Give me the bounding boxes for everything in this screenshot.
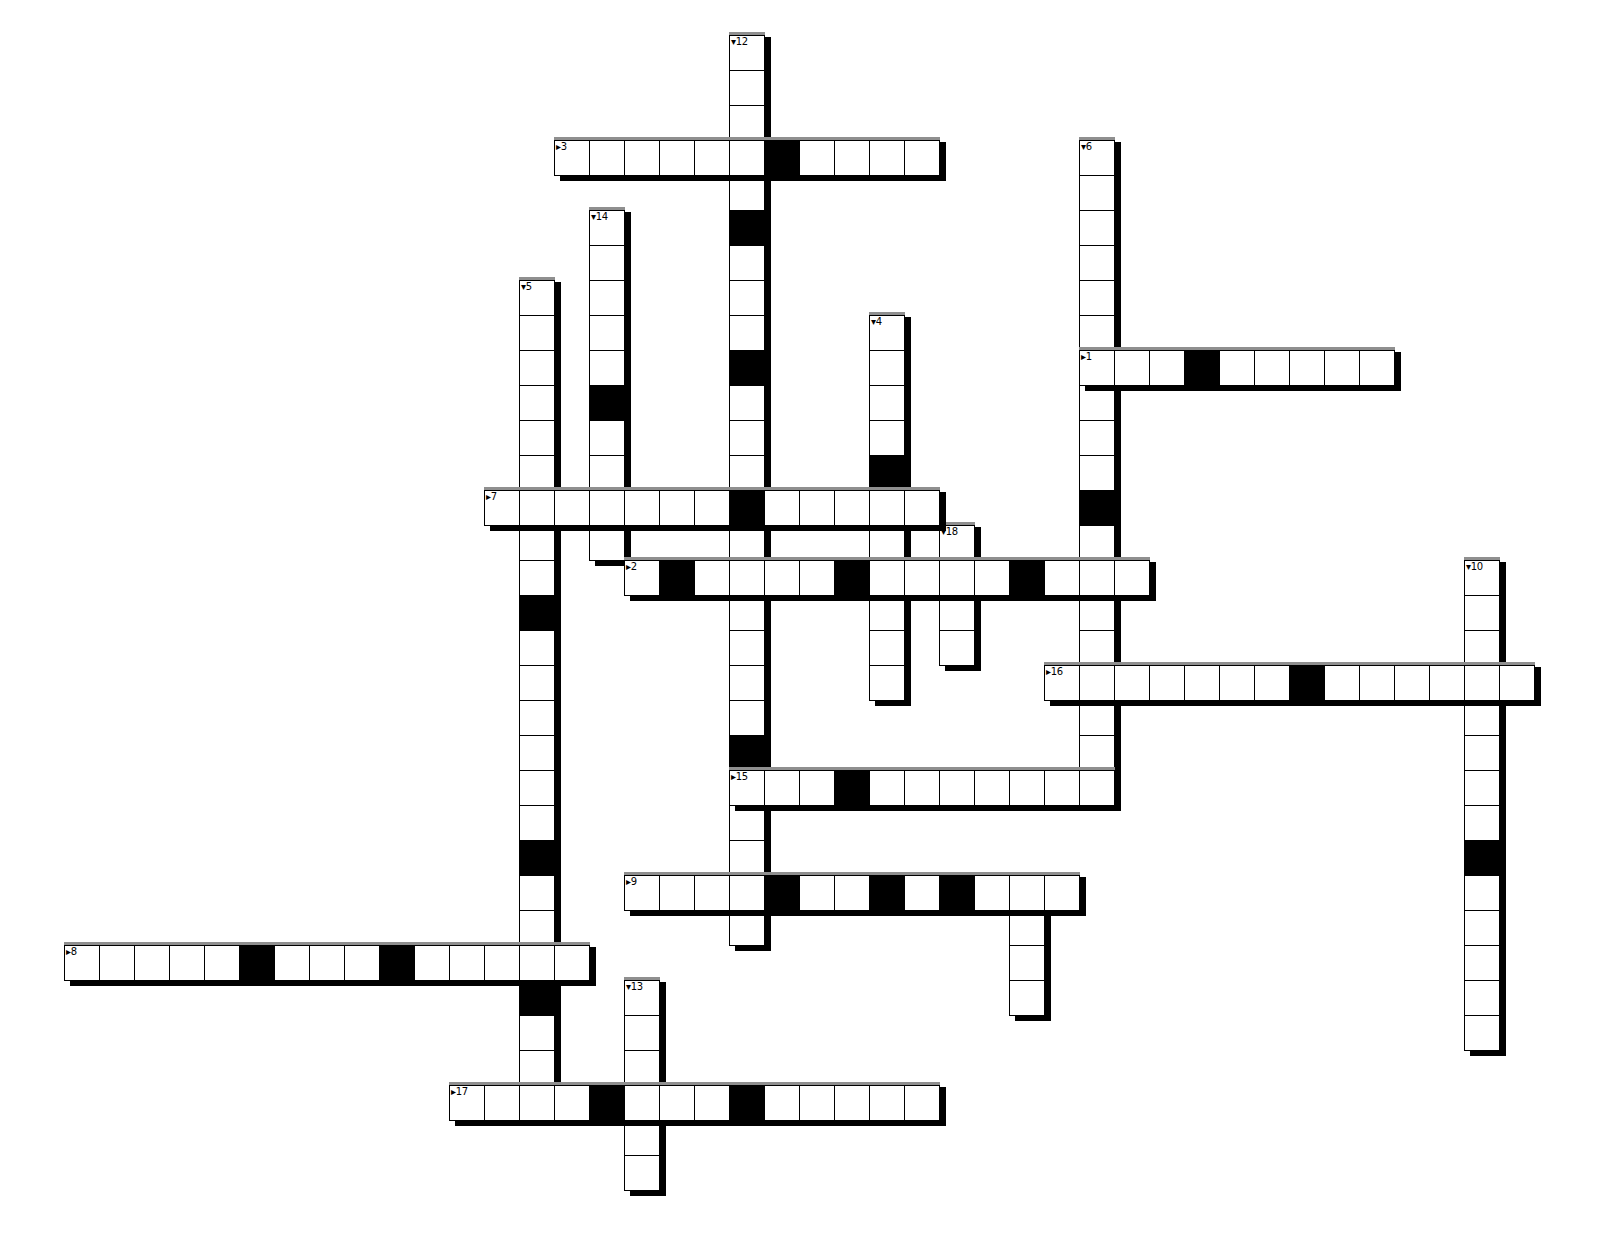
letter-cell[interactable]	[905, 771, 939, 805]
blocked-cell	[1080, 491, 1114, 525]
blocked-cell	[1185, 351, 1219, 385]
letter-cell[interactable]	[275, 946, 309, 980]
letter-cell[interactable]	[590, 456, 624, 490]
letter-cell[interactable]	[730, 701, 764, 735]
letter-cell[interactable]	[870, 141, 904, 175]
letter-cell[interactable]	[695, 876, 729, 910]
clue-number: ▸16	[1046, 666, 1063, 678]
letter-cell[interactable]	[625, 1016, 659, 1050]
letter-cell[interactable]	[1080, 736, 1114, 770]
letter-cell[interactable]	[870, 1086, 904, 1120]
letter-cell[interactable]: ▾18	[940, 526, 974, 560]
letter-cell[interactable]	[590, 526, 624, 560]
letter-cell[interactable]	[730, 316, 764, 350]
clue-number: ▾18	[941, 526, 958, 538]
letter-cell[interactable]	[1360, 666, 1394, 700]
letter-cell[interactable]	[1325, 666, 1359, 700]
letter-cell[interactable]	[1045, 771, 1079, 805]
letter-cell[interactable]	[1080, 386, 1114, 420]
letter-cell[interactable]	[1255, 666, 1289, 700]
letter-cell[interactable]	[1045, 561, 1079, 595]
letter-cell[interactable]	[1465, 631, 1499, 665]
letter-cell[interactable]	[590, 421, 624, 455]
letter-cell[interactable]	[765, 561, 799, 595]
letter-cell[interactable]	[905, 141, 939, 175]
letter-cell[interactable]	[485, 946, 519, 980]
letter-cell[interactable]	[730, 176, 764, 210]
letter-cell[interactable]	[1045, 876, 1079, 910]
letter-cell[interactable]	[1080, 561, 1114, 595]
letter-cell[interactable]	[800, 876, 834, 910]
clue-number: ▸8	[66, 946, 77, 958]
blocked-cell	[940, 876, 974, 910]
letter-cell[interactable]	[1290, 351, 1324, 385]
letter-cell[interactable]	[1465, 911, 1499, 945]
letter-cell[interactable]	[660, 491, 694, 525]
letter-cell[interactable]	[590, 246, 624, 280]
letter-cell[interactable]	[660, 1086, 694, 1120]
letter-cell[interactable]	[1465, 771, 1499, 805]
blocked-cell	[380, 946, 414, 980]
blocked-cell	[1465, 841, 1499, 875]
letter-cell[interactable]	[520, 351, 554, 385]
letter-cell[interactable]	[1080, 456, 1114, 490]
letter-cell[interactable]	[730, 526, 764, 560]
letter-cell[interactable]	[1500, 666, 1534, 700]
clue-number: ▸15	[731, 771, 748, 783]
blocked-cell	[520, 841, 554, 875]
letter-cell[interactable]	[520, 771, 554, 805]
clue-number: ▾6	[1081, 141, 1092, 153]
letter-cell[interactable]	[590, 141, 624, 175]
letter-cell[interactable]	[835, 141, 869, 175]
letter-cell[interactable]	[800, 491, 834, 525]
letter-cell[interactable]	[940, 561, 974, 595]
letter-cell[interactable]	[730, 666, 764, 700]
letter-cell[interactable]: ▾10	[1465, 561, 1499, 595]
letter-cell[interactable]	[520, 1016, 554, 1050]
letter-cell[interactable]: ▸1	[1080, 351, 1114, 385]
letter-cell[interactable]	[590, 491, 624, 525]
letter-cell[interactable]	[1080, 771, 1114, 805]
letter-cell[interactable]	[1080, 176, 1114, 210]
letter-cell[interactable]	[1325, 351, 1359, 385]
blocked-cell	[730, 1086, 764, 1120]
letter-cell[interactable]	[555, 946, 589, 980]
letter-cell[interactable]	[520, 456, 554, 490]
blocked-cell	[835, 561, 869, 595]
letter-cell[interactable]: ▸7	[485, 491, 519, 525]
letter-cell[interactable]	[1465, 1016, 1499, 1050]
letter-cell[interactable]	[730, 386, 764, 420]
letter-cell[interactable]	[520, 701, 554, 735]
letter-cell[interactable]	[1185, 666, 1219, 700]
letter-cell[interactable]	[1080, 316, 1114, 350]
letter-cell[interactable]	[520, 1051, 554, 1085]
letter-cell[interactable]	[345, 946, 379, 980]
entry-7-across: ▸7	[484, 487, 940, 526]
letter-cell[interactable]	[520, 421, 554, 455]
letter-cell[interactable]	[520, 736, 554, 770]
letter-cell[interactable]	[870, 526, 904, 560]
letter-cell[interactable]	[870, 491, 904, 525]
blocked-cell	[590, 1086, 624, 1120]
entry-16-across: ▸16	[1044, 662, 1535, 701]
letter-cell[interactable]: ▾6	[1080, 141, 1114, 175]
letter-cell[interactable]	[1465, 736, 1499, 770]
letter-cell[interactable]	[1360, 351, 1394, 385]
letter-cell[interactable]	[625, 491, 659, 525]
letter-cell[interactable]	[590, 351, 624, 385]
blocked-cell	[660, 561, 694, 595]
entry-5-down: ▾5	[519, 277, 555, 1121]
letter-cell[interactable]: ▾14	[590, 211, 624, 245]
letter-cell[interactable]: ▸17	[450, 1086, 484, 1120]
letter-cell[interactable]	[625, 1051, 659, 1085]
blocked-cell	[1010, 561, 1044, 595]
entry-17-across: ▸17	[449, 1082, 940, 1121]
blocked-cell	[730, 736, 764, 770]
letter-cell[interactable]	[1080, 246, 1114, 280]
letter-cell[interactable]	[765, 771, 799, 805]
letter-cell[interactable]	[1115, 561, 1149, 595]
letter-cell[interactable]	[1465, 806, 1499, 840]
letter-cell[interactable]	[835, 876, 869, 910]
letter-cell[interactable]	[520, 666, 554, 700]
entry-9-across: ▸9	[624, 872, 1080, 911]
clue-number: ▸3	[556, 141, 567, 153]
letter-cell[interactable]	[485, 1086, 519, 1120]
letter-cell[interactable]: ▸8	[65, 946, 99, 980]
clue-number: ▾14	[591, 211, 608, 223]
letter-cell[interactable]	[1220, 666, 1254, 700]
letter-cell[interactable]	[660, 141, 694, 175]
letter-cell[interactable]	[800, 1086, 834, 1120]
letter-cell[interactable]	[800, 771, 834, 805]
letter-cell[interactable]	[1080, 666, 1114, 700]
letter-cell[interactable]	[520, 386, 554, 420]
letter-cell[interactable]	[1080, 631, 1114, 665]
letter-cell[interactable]	[1150, 666, 1184, 700]
letter-cell[interactable]	[520, 911, 554, 945]
blocked-cell	[870, 876, 904, 910]
letter-cell[interactable]	[870, 666, 904, 700]
letter-cell[interactable]: ▸9	[625, 876, 659, 910]
letter-cell[interactable]	[765, 1086, 799, 1120]
letter-cell[interactable]	[520, 316, 554, 350]
entry-8-across: ▸8	[64, 942, 590, 981]
letter-cell[interactable]	[310, 946, 344, 980]
letter-cell[interactable]	[520, 946, 554, 980]
letter-cell[interactable]	[1465, 666, 1499, 700]
blocked-cell	[730, 351, 764, 385]
blocked-cell	[520, 596, 554, 630]
letter-cell[interactable]	[975, 561, 1009, 595]
letter-cell[interactable]	[1080, 281, 1114, 315]
clue-number: ▾13	[626, 981, 643, 993]
letter-cell[interactable]	[695, 491, 729, 525]
entry-10-down: ▾10	[1464, 557, 1500, 1051]
clue-number: ▾5	[521, 281, 532, 293]
letter-cell[interactable]: ▸3	[555, 141, 589, 175]
letter-cell[interactable]	[520, 1086, 554, 1120]
letter-cell[interactable]	[730, 631, 764, 665]
clue-number: ▸9	[626, 876, 637, 888]
letter-cell[interactable]	[1255, 351, 1289, 385]
blocked-cell	[765, 876, 799, 910]
crossword-board: ▾12▾6▾14▾5▾4▾18▾10▾11▾13▸3▸1▸7▸2▸16▸15▸9…	[0, 0, 1600, 1233]
letter-cell[interactable]: ▸15	[730, 771, 764, 805]
letter-cell[interactable]: ▾13	[625, 981, 659, 1015]
letter-cell[interactable]	[1220, 351, 1254, 385]
letter-cell[interactable]	[730, 106, 764, 140]
letter-cell[interactable]	[1010, 771, 1044, 805]
blocked-cell	[730, 491, 764, 525]
clue-number: ▾10	[1466, 561, 1483, 573]
letter-cell[interactable]	[800, 141, 834, 175]
letter-cell[interactable]	[1430, 666, 1464, 700]
entry-2-across: ▸2	[624, 557, 1150, 596]
clue-number: ▾4	[871, 316, 882, 328]
letter-cell[interactable]	[975, 771, 1009, 805]
blocked-cell	[1290, 666, 1324, 700]
entry-1-across: ▸1	[1079, 347, 1395, 386]
letter-cell[interactable]	[1465, 981, 1499, 1015]
letter-cell[interactable]	[835, 1086, 869, 1120]
letter-cell[interactable]	[555, 1086, 589, 1120]
letter-cell[interactable]	[905, 561, 939, 595]
letter-cell[interactable]	[730, 246, 764, 280]
letter-cell[interactable]	[870, 386, 904, 420]
letter-cell[interactable]	[415, 946, 449, 980]
letter-cell[interactable]	[1465, 946, 1499, 980]
clue-number: ▸1	[1081, 351, 1092, 363]
letter-cell[interactable]	[100, 946, 134, 980]
letter-cell[interactable]	[1010, 946, 1044, 980]
letter-cell[interactable]	[695, 141, 729, 175]
letter-cell[interactable]	[730, 876, 764, 910]
blocked-cell	[870, 456, 904, 490]
letter-cell[interactable]	[905, 491, 939, 525]
letter-cell[interactable]	[870, 771, 904, 805]
letter-cell[interactable]	[730, 421, 764, 455]
letter-cell[interactable]	[1080, 211, 1114, 245]
letter-cell[interactable]	[555, 491, 589, 525]
letter-cell[interactable]	[870, 561, 904, 595]
letter-cell[interactable]	[1080, 701, 1114, 735]
letter-cell[interactable]	[870, 351, 904, 385]
letter-cell[interactable]	[520, 491, 554, 525]
blocked-cell	[730, 211, 764, 245]
letter-cell[interactable]	[1115, 666, 1149, 700]
letter-cell[interactable]	[765, 491, 799, 525]
letter-cell[interactable]	[695, 561, 729, 595]
letter-cell[interactable]	[1080, 596, 1114, 630]
blocked-cell	[765, 141, 799, 175]
letter-cell[interactable]	[1115, 351, 1149, 385]
clue-number: ▸2	[626, 561, 637, 573]
letter-cell[interactable]	[170, 946, 204, 980]
clue-number: ▾12	[731, 36, 748, 48]
letter-cell[interactable]	[730, 806, 764, 840]
letter-cell[interactable]: ▸16	[1045, 666, 1079, 700]
blocked-cell	[520, 981, 554, 1015]
letter-cell[interactable]	[730, 456, 764, 490]
letter-cell[interactable]	[590, 281, 624, 315]
letter-cell[interactable]	[135, 946, 169, 980]
letter-cell[interactable]	[730, 281, 764, 315]
letter-cell[interactable]	[870, 596, 904, 630]
letter-cell[interactable]	[940, 596, 974, 630]
letter-cell[interactable]: ▾5	[520, 281, 554, 315]
letter-cell[interactable]: ▾4	[870, 316, 904, 350]
blocked-cell	[240, 946, 274, 980]
letter-cell[interactable]	[730, 71, 764, 105]
letter-cell[interactable]	[625, 1086, 659, 1120]
letter-cell[interactable]	[695, 1086, 729, 1120]
letter-cell[interactable]	[730, 911, 764, 945]
letter-cell[interactable]	[1395, 666, 1429, 700]
letter-cell[interactable]	[520, 561, 554, 595]
letter-cell[interactable]	[1080, 526, 1114, 560]
letter-cell[interactable]	[520, 526, 554, 560]
letter-cell[interactable]	[520, 631, 554, 665]
letter-cell[interactable]	[625, 141, 659, 175]
letter-cell[interactable]: ▸2	[625, 561, 659, 595]
letter-cell[interactable]	[870, 421, 904, 455]
letter-cell[interactable]	[450, 946, 484, 980]
letter-cell[interactable]	[940, 631, 974, 665]
letter-cell[interactable]	[1465, 876, 1499, 910]
letter-cell[interactable]	[975, 876, 1009, 910]
letter-cell[interactable]: ▾12	[730, 36, 764, 70]
entry-15-across: ▸15	[729, 767, 1115, 806]
letter-cell[interactable]	[1150, 351, 1184, 385]
blocked-cell	[590, 386, 624, 420]
letter-cell[interactable]	[730, 561, 764, 595]
letter-cell[interactable]	[625, 1121, 659, 1155]
clue-number: ▸7	[486, 491, 497, 503]
letter-cell[interactable]	[1010, 911, 1044, 945]
letter-cell[interactable]	[905, 1086, 939, 1120]
letter-cell[interactable]	[660, 876, 694, 910]
letter-cell[interactable]	[1080, 421, 1114, 455]
letter-cell[interactable]	[940, 771, 974, 805]
entry-3-across: ▸3	[554, 137, 940, 176]
letter-cell[interactable]	[205, 946, 239, 980]
letter-cell[interactable]	[625, 1156, 659, 1190]
letter-cell[interactable]	[800, 561, 834, 595]
letter-cell[interactable]	[1465, 596, 1499, 630]
blocked-cell	[835, 771, 869, 805]
letter-cell[interactable]	[730, 596, 764, 630]
letter-cell[interactable]	[1010, 981, 1044, 1015]
letter-cell[interactable]	[1465, 701, 1499, 735]
clue-number: ▸17	[451, 1086, 468, 1098]
letter-cell[interactable]	[520, 806, 554, 840]
letter-cell[interactable]	[730, 141, 764, 175]
letter-cell[interactable]	[905, 876, 939, 910]
entry-6-down: ▾6	[1079, 137, 1115, 806]
letter-cell[interactable]	[730, 841, 764, 875]
letter-cell[interactable]	[520, 876, 554, 910]
letter-cell[interactable]	[1010, 876, 1044, 910]
letter-cell[interactable]	[590, 316, 624, 350]
letter-cell[interactable]	[870, 631, 904, 665]
letter-cell[interactable]	[835, 491, 869, 525]
